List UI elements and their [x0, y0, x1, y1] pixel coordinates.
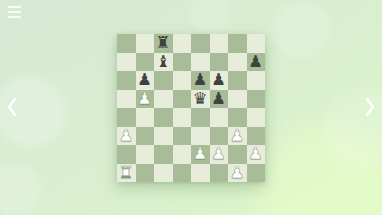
square-e2[interactable]: ♟ [191, 145, 210, 164]
square-c6[interactable] [154, 71, 173, 90]
square-e8[interactable] [191, 34, 210, 53]
square-h2[interactable]: ♟ [247, 145, 266, 164]
piece-white-pawn-g3[interactable]: ♟ [230, 127, 245, 146]
square-a1[interactable]: ♜ [117, 164, 136, 183]
square-g4[interactable] [228, 108, 247, 127]
square-a4[interactable] [117, 108, 136, 127]
square-c3[interactable] [154, 127, 173, 146]
square-f8[interactable] [210, 34, 229, 53]
square-b5[interactable]: ♟ [136, 90, 155, 109]
hamburger-menu-icon [8, 11, 21, 13]
square-g7[interactable] [228, 53, 247, 72]
square-h6[interactable] [247, 71, 266, 90]
square-f3[interactable] [210, 127, 229, 146]
square-g2[interactable] [228, 145, 247, 164]
square-b8[interactable] [136, 34, 155, 53]
square-d8[interactable] [173, 34, 192, 53]
square-e3[interactable] [191, 127, 210, 146]
piece-white-pawn-g1[interactable]: ♟ [230, 164, 245, 183]
piece-black-pawn-h7[interactable]: ♟ [248, 53, 263, 72]
square-f7[interactable] [210, 53, 229, 72]
square-d4[interactable] [173, 108, 192, 127]
square-e5[interactable]: ♛ [191, 90, 210, 109]
square-c8[interactable]: ♜ [154, 34, 173, 53]
piece-black-pawn-f6[interactable]: ♟ [211, 71, 226, 90]
square-g1[interactable]: ♟ [228, 164, 247, 183]
square-d1[interactable] [173, 164, 192, 183]
piece-white-pawn-a3[interactable]: ♟ [119, 127, 134, 146]
square-b4[interactable] [136, 108, 155, 127]
square-a2[interactable] [117, 145, 136, 164]
piece-white-pawn-e2[interactable]: ♟ [193, 145, 208, 164]
square-c4[interactable] [154, 108, 173, 127]
square-c1[interactable] [154, 164, 173, 183]
square-d6[interactable] [173, 71, 192, 90]
piece-black-pawn-b6[interactable]: ♟ [137, 71, 152, 90]
square-a5[interactable] [117, 90, 136, 109]
chess-board: ♜♝♟♟♟♟♟♛♟♟♟♟♟♟♜♟ [117, 34, 265, 182]
square-h3[interactable] [247, 127, 266, 146]
square-d3[interactable] [173, 127, 192, 146]
square-f4[interactable] [210, 108, 229, 127]
hamburger-menu-icon [8, 16, 21, 18]
square-a3[interactable]: ♟ [117, 127, 136, 146]
square-a8[interactable] [117, 34, 136, 53]
hamburger-menu-icon [8, 6, 21, 8]
square-d2[interactable] [173, 145, 192, 164]
square-c5[interactable] [154, 90, 173, 109]
square-f5[interactable]: ♟ [210, 90, 229, 109]
next-puzzle-button[interactable] [363, 96, 377, 118]
piece-black-queen-e5[interactable]: ♛ [193, 90, 208, 109]
piece-black-pawn-e6[interactable]: ♟ [193, 71, 208, 90]
square-g8[interactable] [228, 34, 247, 53]
square-e4[interactable] [191, 108, 210, 127]
square-b6[interactable]: ♟ [136, 71, 155, 90]
square-h7[interactable]: ♟ [247, 53, 266, 72]
square-b2[interactable] [136, 145, 155, 164]
square-d5[interactable] [173, 90, 192, 109]
square-f2[interactable]: ♟ [210, 145, 229, 164]
square-c2[interactable] [154, 145, 173, 164]
square-c7[interactable]: ♝ [154, 53, 173, 72]
piece-white-pawn-h2[interactable]: ♟ [248, 145, 263, 164]
square-e7[interactable] [191, 53, 210, 72]
square-h4[interactable] [247, 108, 266, 127]
square-f6[interactable]: ♟ [210, 71, 229, 90]
chevron-left-icon [5, 96, 19, 118]
square-g5[interactable] [228, 90, 247, 109]
square-f1[interactable] [210, 164, 229, 183]
piece-black-pawn-f5[interactable]: ♟ [211, 90, 226, 109]
square-a6[interactable] [117, 71, 136, 90]
menu-button[interactable] [8, 6, 22, 18]
chevron-right-icon [363, 96, 377, 118]
square-b3[interactable] [136, 127, 155, 146]
previous-puzzle-button[interactable] [5, 96, 19, 118]
square-b7[interactable] [136, 53, 155, 72]
square-h8[interactable] [247, 34, 266, 53]
square-e1[interactable] [191, 164, 210, 183]
piece-white-pawn-f2[interactable]: ♟ [211, 145, 226, 164]
square-a7[interactable] [117, 53, 136, 72]
piece-black-rook-c8[interactable]: ♜ [156, 34, 171, 53]
piece-white-rook-a1[interactable]: ♜ [119, 164, 134, 183]
piece-black-bishop-c7[interactable]: ♝ [156, 53, 171, 72]
square-d7[interactable] [173, 53, 192, 72]
square-g6[interactable] [228, 71, 247, 90]
app-background: ♜♝♟♟♟♟♟♛♟♟♟♟♟♟♜♟ [0, 0, 382, 215]
square-h5[interactable] [247, 90, 266, 109]
square-b1[interactable] [136, 164, 155, 183]
square-e6[interactable]: ♟ [191, 71, 210, 90]
square-h1[interactable] [247, 164, 266, 183]
piece-white-pawn-b5[interactable]: ♟ [137, 90, 152, 109]
square-g3[interactable]: ♟ [228, 127, 247, 146]
